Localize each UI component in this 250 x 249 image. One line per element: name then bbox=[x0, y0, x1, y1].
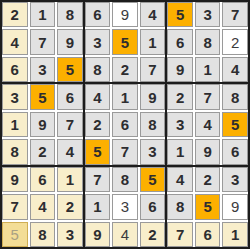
cell-r4c2[interactable]: 5 bbox=[30, 84, 56, 109]
cell-r9c8[interactable]: 6 bbox=[195, 222, 221, 247]
sudoku-box-4: 356197824 bbox=[2, 84, 83, 164]
sudoku-box-7: 961742583 bbox=[2, 167, 83, 247]
cell-r3c5[interactable]: 2 bbox=[112, 57, 138, 82]
cell-r1c1[interactable]: 2 bbox=[2, 2, 28, 27]
cell-r2c4[interactable]: 3 bbox=[85, 29, 111, 54]
cell-r9c9[interactable]: 1 bbox=[222, 222, 248, 247]
cell-r8c9[interactable]: 9 bbox=[222, 194, 248, 219]
cell-r6c5[interactable]: 7 bbox=[112, 139, 138, 164]
cell-r7c3[interactable]: 1 bbox=[57, 167, 83, 192]
cell-r1c9[interactable]: 7 bbox=[222, 2, 248, 27]
cell-r9c6[interactable]: 2 bbox=[140, 222, 166, 247]
cell-r2c2[interactable]: 7 bbox=[30, 29, 56, 54]
cell-r4c1[interactable]: 3 bbox=[2, 84, 28, 109]
cell-r5c6[interactable]: 8 bbox=[140, 112, 166, 137]
sudoku-box-2: 694351827 bbox=[85, 2, 166, 82]
cell-r7c6[interactable]: 5 bbox=[140, 167, 166, 192]
cell-r1c6[interactable]: 4 bbox=[140, 2, 166, 27]
sudoku-board: 2184796356943518275376829143561978244192… bbox=[0, 0, 250, 249]
cell-r3c9[interactable]: 4 bbox=[222, 57, 248, 82]
cell-r9c4[interactable]: 9 bbox=[85, 222, 111, 247]
cell-r1c8[interactable]: 3 bbox=[195, 2, 221, 27]
cell-r7c9[interactable]: 3 bbox=[222, 167, 248, 192]
cell-r1c3[interactable]: 8 bbox=[57, 2, 83, 27]
cell-r9c2[interactable]: 8 bbox=[30, 222, 56, 247]
cell-r3c4[interactable]: 8 bbox=[85, 57, 111, 82]
cell-r2c9[interactable]: 2 bbox=[222, 29, 248, 54]
cell-r3c2[interactable]: 3 bbox=[30, 57, 56, 82]
cell-r9c5[interactable]: 4 bbox=[112, 222, 138, 247]
cell-r6c8[interactable]: 9 bbox=[195, 139, 221, 164]
cell-r6c1[interactable]: 8 bbox=[2, 139, 28, 164]
cell-r4c6[interactable]: 9 bbox=[140, 84, 166, 109]
cell-r3c6[interactable]: 7 bbox=[140, 57, 166, 82]
sudoku-box-1: 218479635 bbox=[2, 2, 83, 82]
cell-r4c4[interactable]: 4 bbox=[85, 84, 111, 109]
cell-r8c7[interactable]: 8 bbox=[167, 194, 193, 219]
cell-r3c7[interactable]: 9 bbox=[167, 57, 193, 82]
cell-r8c6[interactable]: 6 bbox=[140, 194, 166, 219]
cell-r5c9[interactable]: 5 bbox=[222, 112, 248, 137]
cell-r5c4[interactable]: 2 bbox=[85, 112, 111, 137]
cell-r4c3[interactable]: 6 bbox=[57, 84, 83, 109]
cell-r6c3[interactable]: 4 bbox=[57, 139, 83, 164]
cell-r5c5[interactable]: 6 bbox=[112, 112, 138, 137]
cell-r4c9[interactable]: 8 bbox=[222, 84, 248, 109]
cell-r3c8[interactable]: 1 bbox=[195, 57, 221, 82]
cell-r6c7[interactable]: 1 bbox=[167, 139, 193, 164]
cell-r9c3[interactable]: 3 bbox=[57, 222, 83, 247]
cell-r5c2[interactable]: 9 bbox=[30, 112, 56, 137]
cell-r6c6[interactable]: 3 bbox=[140, 139, 166, 164]
cell-r2c7[interactable]: 6 bbox=[167, 29, 193, 54]
sudoku-box-8: 785136942 bbox=[85, 167, 166, 247]
cell-r1c7[interactable]: 5 bbox=[167, 2, 193, 27]
cell-r7c1[interactable]: 9 bbox=[2, 167, 28, 192]
cell-r2c6[interactable]: 1 bbox=[140, 29, 166, 54]
cell-r2c3[interactable]: 9 bbox=[57, 29, 83, 54]
cell-r4c5[interactable]: 1 bbox=[112, 84, 138, 109]
cell-r1c5[interactable]: 9 bbox=[112, 2, 138, 27]
cell-r4c7[interactable]: 2 bbox=[167, 84, 193, 109]
cell-r7c8[interactable]: 2 bbox=[195, 167, 221, 192]
cell-r8c2[interactable]: 4 bbox=[30, 194, 56, 219]
cell-r6c2[interactable]: 2 bbox=[30, 139, 56, 164]
cell-r9c1[interactable]: 5 bbox=[2, 222, 28, 247]
cell-r1c2[interactable]: 1 bbox=[30, 2, 56, 27]
sudoku-box-9: 423859761 bbox=[167, 167, 248, 247]
cell-r9c7[interactable]: 7 bbox=[167, 222, 193, 247]
cell-r8c5[interactable]: 3 bbox=[112, 194, 138, 219]
cell-r5c7[interactable]: 3 bbox=[167, 112, 193, 137]
sudoku-box-3: 537682914 bbox=[167, 2, 248, 82]
cell-r8c4[interactable]: 1 bbox=[85, 194, 111, 219]
cell-r5c8[interactable]: 4 bbox=[195, 112, 221, 137]
sudoku-box-6: 278345196 bbox=[167, 84, 248, 164]
cell-r2c1[interactable]: 4 bbox=[2, 29, 28, 54]
cell-r8c3[interactable]: 2 bbox=[57, 194, 83, 219]
cell-r3c3[interactable]: 5 bbox=[57, 57, 83, 82]
cell-r8c8[interactable]: 5 bbox=[195, 194, 221, 219]
cell-r5c1[interactable]: 1 bbox=[2, 112, 28, 137]
sudoku-box-5: 419268573 bbox=[85, 84, 166, 164]
cell-r6c9[interactable]: 6 bbox=[222, 139, 248, 164]
cell-r2c5[interactable]: 5 bbox=[112, 29, 138, 54]
cell-r3c1[interactable]: 6 bbox=[2, 57, 28, 82]
cell-r7c7[interactable]: 4 bbox=[167, 167, 193, 192]
cell-r7c2[interactable]: 6 bbox=[30, 167, 56, 192]
cell-r8c1[interactable]: 7 bbox=[2, 194, 28, 219]
cell-r4c8[interactable]: 7 bbox=[195, 84, 221, 109]
cell-r5c3[interactable]: 7 bbox=[57, 112, 83, 137]
cell-r7c4[interactable]: 7 bbox=[85, 167, 111, 192]
cell-r1c4[interactable]: 6 bbox=[85, 2, 111, 27]
cell-r6c4[interactable]: 5 bbox=[85, 139, 111, 164]
cell-r2c8[interactable]: 8 bbox=[195, 29, 221, 54]
cell-r7c5[interactable]: 8 bbox=[112, 167, 138, 192]
